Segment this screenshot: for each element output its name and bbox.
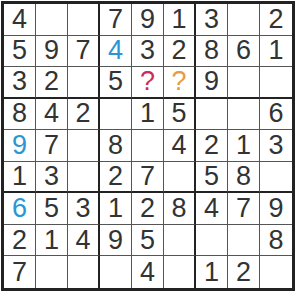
cell-r8c7[interactable] <box>196 225 228 257</box>
cell-r4c1[interactable]: 8 <box>4 99 36 131</box>
cell-r8c6[interactable] <box>164 225 196 257</box>
cell-r5c8[interactable]: 1 <box>228 130 260 162</box>
cell-r9c6[interactable] <box>164 256 196 288</box>
cell-r5c3[interactable] <box>68 130 100 162</box>
cell-r1c1[interactable]: 4 <box>4 4 36 36</box>
cell-r1c8[interactable] <box>228 4 260 36</box>
cell-r1c5[interactable]: 9 <box>132 4 164 36</box>
cell-r3c1[interactable]: 3 <box>4 67 36 99</box>
cell-r5c9[interactable]: 3 <box>260 130 292 162</box>
cell-r4c8[interactable] <box>228 99 260 131</box>
cell-r2c6[interactable]: 2 <box>164 36 196 68</box>
cell-r8c2[interactable]: 1 <box>36 225 68 257</box>
cell-r4c7[interactable] <box>196 99 228 131</box>
cell-r5c4[interactable]: 8 <box>100 130 132 162</box>
cell-r7c7[interactable]: 4 <box>196 193 228 225</box>
cell-r4c3[interactable]: 2 <box>68 99 100 131</box>
cell-r5c2[interactable]: 7 <box>36 130 68 162</box>
cell-r8c4[interactable]: 9 <box>100 225 132 257</box>
cell-r6c8[interactable]: 8 <box>228 162 260 194</box>
cell-r7c8[interactable]: 7 <box>228 193 260 225</box>
cell-r3c2[interactable]: 2 <box>36 67 68 99</box>
cell-r2c4[interactable]: 4 <box>100 36 132 68</box>
sudoku-board: 479132597432861325??98421569784213132758… <box>1 1 295 291</box>
cell-r9c8[interactable]: 2 <box>228 256 260 288</box>
cell-r6c4[interactable]: 2 <box>100 162 132 194</box>
cell-r9c3[interactable] <box>68 256 100 288</box>
cell-r7c4[interactable]: 1 <box>100 193 132 225</box>
cell-r7c5[interactable]: 2 <box>132 193 164 225</box>
cell-r2c1[interactable]: 5 <box>4 36 36 68</box>
cell-r5c1[interactable]: 9 <box>4 130 36 162</box>
cell-r5c6[interactable]: 4 <box>164 130 196 162</box>
cell-r7c3[interactable]: 3 <box>68 193 100 225</box>
cell-r7c6[interactable]: 8 <box>164 193 196 225</box>
cell-r4c5[interactable]: 1 <box>132 99 164 131</box>
cell-r6c5[interactable]: 7 <box>132 162 164 194</box>
cell-r6c2[interactable]: 3 <box>36 162 68 194</box>
cell-r5c5[interactable] <box>132 130 164 162</box>
cell-r2c3[interactable]: 7 <box>68 36 100 68</box>
cell-r8c3[interactable]: 4 <box>68 225 100 257</box>
cell-r9c4[interactable] <box>100 256 132 288</box>
cell-r4c4[interactable] <box>100 99 132 131</box>
cell-r1c9[interactable]: 2 <box>260 4 292 36</box>
cell-r3c5[interactable]: ? <box>132 67 164 99</box>
cell-r8c5[interactable]: 5 <box>132 225 164 257</box>
cell-r3c9[interactable] <box>260 67 292 99</box>
cell-r9c7[interactable]: 1 <box>196 256 228 288</box>
cell-r6c6[interactable] <box>164 162 196 194</box>
cell-r9c9[interactable] <box>260 256 292 288</box>
cell-r3c8[interactable] <box>228 67 260 99</box>
cell-r4c6[interactable]: 5 <box>164 99 196 131</box>
cell-r2c8[interactable]: 6 <box>228 36 260 68</box>
cell-r9c1[interactable]: 7 <box>4 256 36 288</box>
cell-r8c8[interactable] <box>228 225 260 257</box>
cell-r2c5[interactable]: 3 <box>132 36 164 68</box>
cell-r7c9[interactable]: 9 <box>260 193 292 225</box>
cell-r1c6[interactable]: 1 <box>164 4 196 36</box>
cell-r5c7[interactable]: 2 <box>196 130 228 162</box>
cell-r8c1[interactable]: 2 <box>4 225 36 257</box>
cell-r3c4[interactable]: 5 <box>100 67 132 99</box>
cell-r7c1[interactable]: 6 <box>4 193 36 225</box>
cell-r9c5[interactable]: 4 <box>132 256 164 288</box>
cell-r1c3[interactable] <box>68 4 100 36</box>
cell-r1c2[interactable] <box>36 4 68 36</box>
cell-r3c3[interactable] <box>68 67 100 99</box>
cell-r9c2[interactable] <box>36 256 68 288</box>
cell-r6c1[interactable]: 1 <box>4 162 36 194</box>
cell-r6c3[interactable] <box>68 162 100 194</box>
sudoku-page: 479132597432861325??98421569784213132758… <box>0 0 296 292</box>
cell-r4c2[interactable]: 4 <box>36 99 68 131</box>
cell-r2c7[interactable]: 8 <box>196 36 228 68</box>
cell-r6c7[interactable]: 5 <box>196 162 228 194</box>
cell-r2c2[interactable]: 9 <box>36 36 68 68</box>
cell-r4c9[interactable]: 6 <box>260 99 292 131</box>
cell-r1c4[interactable]: 7 <box>100 4 132 36</box>
cell-r1c7[interactable]: 3 <box>196 4 228 36</box>
cell-r2c9[interactable]: 1 <box>260 36 292 68</box>
cell-r3c6[interactable]: ? <box>164 67 196 99</box>
cell-r6c9[interactable] <box>260 162 292 194</box>
cell-r8c9[interactable]: 8 <box>260 225 292 257</box>
cell-r3c7[interactable]: 9 <box>196 67 228 99</box>
cell-r7c2[interactable]: 5 <box>36 193 68 225</box>
